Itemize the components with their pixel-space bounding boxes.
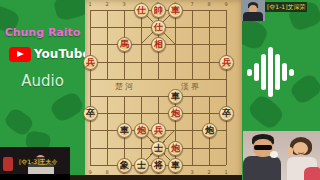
youtube-label: YouTube — [34, 47, 85, 61]
piece-red-兵-4-7[interactable]: 兵 — [151, 123, 166, 138]
piece-red-相-4-2[interactable]: 相 — [151, 37, 166, 52]
camo-blob — [49, 90, 85, 124]
camo-blob — [246, 93, 286, 132]
audio-label: Audio — [0, 72, 85, 90]
piece-black-将-4-9[interactable]: 将 — [151, 158, 166, 173]
channel-name: Chung Raito — [0, 26, 85, 39]
piece-black-車-2-7[interactable]: 車 — [117, 123, 132, 138]
piece-black-卒-0-6[interactable]: 卒 — [83, 106, 98, 121]
piece-red-仕-4-1[interactable]: 仕 — [151, 20, 166, 35]
piece-red-馬-2-2[interactable]: 馬 — [117, 37, 132, 52]
piece-black-卒-8-6[interactable]: 卒 — [219, 106, 234, 121]
piece-black-士-4-8[interactable]: 士 — [151, 141, 166, 156]
piece-red-炮-5-6[interactable]: 炮 — [168, 106, 183, 121]
youtube-brand: YouTube — [9, 46, 85, 62]
file-coord-top: 7 — [187, 1, 197, 7]
piece-black-車-5-5[interactable]: 車 — [168, 89, 183, 104]
piece-red-仕-3-0[interactable]: 仕 — [134, 3, 149, 18]
opponent-torso — [243, 12, 263, 21]
stream-screen: Chung Raito YouTube Audio 楚河 漢界 12345678… — [0, 0, 320, 180]
red-object — [3, 157, 13, 171]
river-label-right: 漢界 — [181, 81, 201, 92]
file-coord-top: 1 — [85, 1, 95, 7]
piece-red-兵-8-3[interactable]: 兵 — [219, 55, 234, 70]
youtube-play-icon — [9, 47, 31, 62]
audio-waveform-icon — [244, 46, 296, 98]
camo-blob — [52, 0, 85, 22]
file-coord-top: 9 — [221, 1, 231, 7]
piece-black-象-2-9[interactable]: 象 — [117, 158, 132, 173]
streamer-body — [243, 156, 281, 180]
file-coord-top: 8 — [204, 1, 214, 7]
piece-black-炮-7-7[interactable]: 炮 — [202, 123, 217, 138]
white-object — [270, 151, 278, 158]
piece-black-車-5-9[interactable]: 車 — [168, 158, 183, 173]
piece-red-帥-4-0[interactable]: 帥 — [151, 3, 166, 18]
piece-red-炮-5-8[interactable]: 炮 — [168, 141, 183, 156]
player-name-tag: [夺1-3]王夫令 — [17, 157, 59, 167]
river-label-left: 楚河 — [115, 81, 135, 92]
xiangqi-board[interactable]: 楚河 漢界 123456789987654321仕帥車仕馬相兵兵車卒炮卒車炮兵炮… — [85, 0, 242, 180]
girl-smile — [298, 150, 304, 154]
file-coord-top: 3 — [119, 1, 129, 7]
sunglasses-icon — [254, 145, 272, 150]
file-coord-top: 2 — [102, 1, 112, 7]
streamer-webcam — [243, 131, 320, 180]
floral-dress — [304, 167, 320, 180]
piece-red-車-5-0[interactable]: 車 — [168, 3, 183, 18]
girl-hand — [287, 147, 293, 156]
piece-red-兵-0-3[interactable]: 兵 — [83, 55, 98, 70]
opponent-webcam — [241, 0, 265, 21]
piece-black-士-3-9[interactable]: 士 — [134, 158, 149, 173]
opponent-name-tag: [夺1-1]艾深荣 — [265, 2, 307, 12]
piece-red-炮-3-7[interactable]: 炮 — [134, 123, 149, 138]
